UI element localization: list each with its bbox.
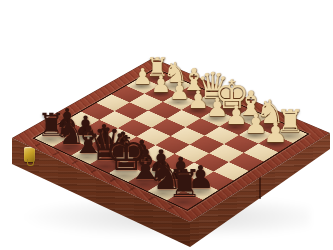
chess-set-photo: ♜♞♟♝♟♛♟♚♟♝♟♞♟♟♜♟♟♜♟♟♞♟♝♟♛♟♚♟♝♟♞♜ bbox=[0, 0, 333, 250]
brass-clasp-icon bbox=[24, 147, 35, 162]
fold-seam-icon bbox=[259, 175, 261, 199]
